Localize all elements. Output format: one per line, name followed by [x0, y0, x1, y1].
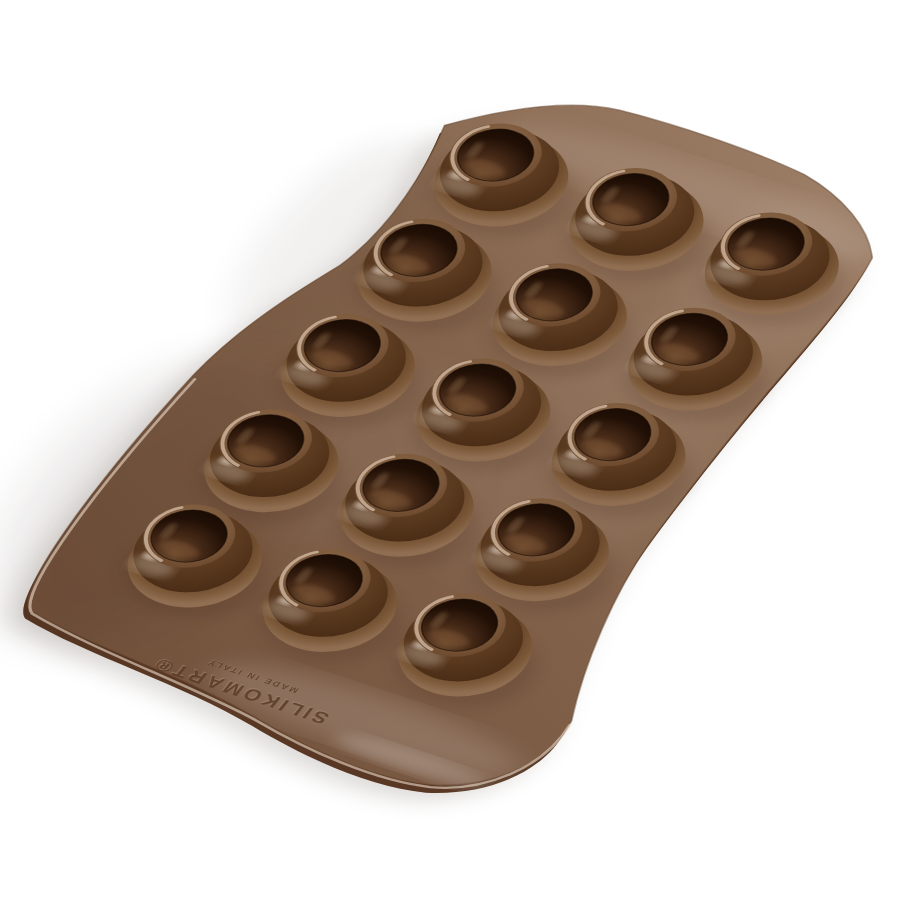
product-photo: SILIKOMART® SILIKOMART® MADE IN ITALY MA… [0, 0, 900, 900]
chocolate-mold-photo: SILIKOMART® SILIKOMART® MADE IN ITALY MA… [0, 0, 900, 900]
